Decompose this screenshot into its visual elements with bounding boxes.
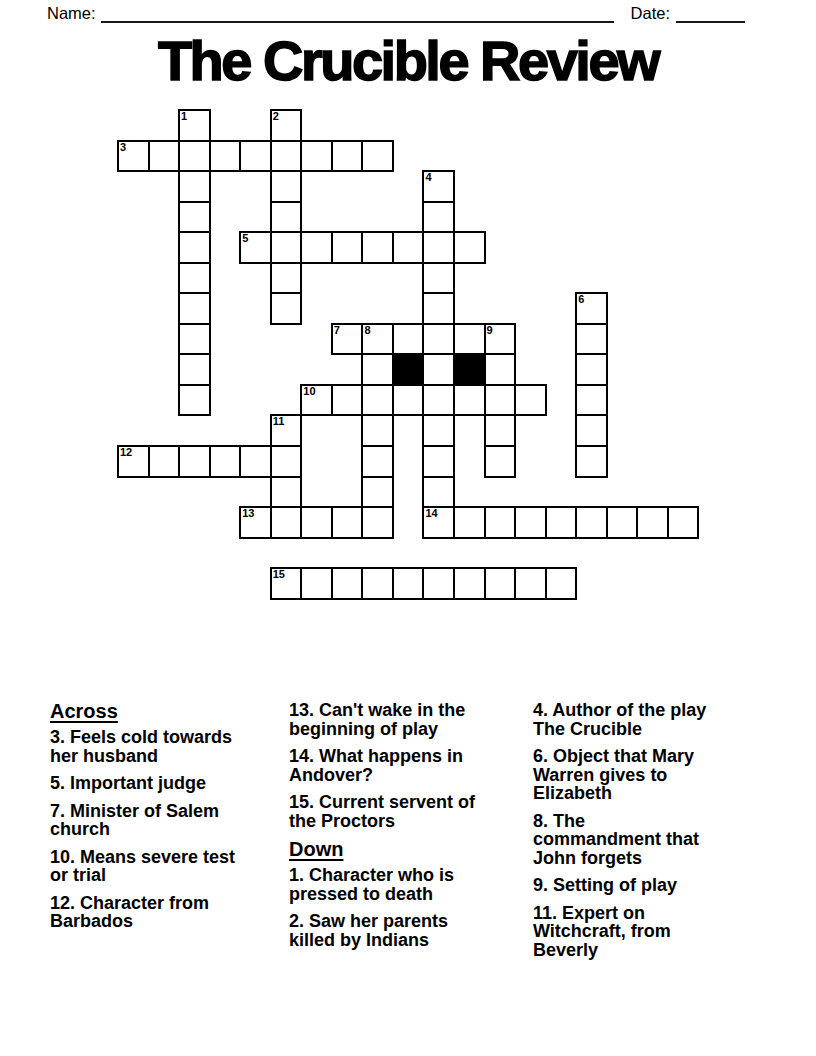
cell-r9c2[interactable] [178, 384, 211, 417]
cell-number-14: 14 [425, 507, 437, 520]
cell-r13c10[interactable]: 14 [422, 506, 455, 539]
cell-r2c5[interactable] [270, 170, 303, 203]
cell-r1c2[interactable] [178, 140, 211, 173]
cell-r4c5[interactable] [270, 231, 303, 264]
clue-5: 5. Important judge [50, 774, 274, 793]
cell-r13c8[interactable] [361, 506, 394, 539]
cell-r11c0[interactable]: 12 [117, 445, 150, 478]
clue-9: 9. Setting of play [533, 876, 751, 895]
date-label: Date: [631, 3, 670, 23]
clue-10: 10. Means severe test or trial [50, 848, 274, 885]
cell-r13c15[interactable] [575, 506, 608, 539]
cell-r5c5[interactable] [270, 262, 303, 295]
cell-number-2: 2 [273, 110, 279, 123]
cell-r13c6[interactable] [300, 506, 333, 539]
cell-r6c10[interactable] [422, 292, 455, 325]
cell-r2c2[interactable] [178, 170, 211, 203]
clue-15: 15. Current servent of the Proctors [289, 793, 521, 830]
cell-r4c6[interactable] [300, 231, 333, 264]
cell-r13c11[interactable] [453, 506, 486, 539]
cell-r1c1[interactable] [148, 140, 181, 173]
black-cell-r8c9 [392, 353, 425, 386]
cell-r10c15[interactable] [575, 414, 608, 447]
cell-r9c11[interactable] [453, 384, 486, 417]
cell-number-8: 8 [364, 324, 370, 337]
cell-r15c10[interactable] [422, 567, 455, 600]
cell-r8c2[interactable] [178, 353, 211, 386]
cell-r10c8[interactable] [361, 414, 394, 447]
cell-r3c2[interactable] [178, 201, 211, 234]
cell-r13c17[interactable] [636, 506, 669, 539]
cell-r11c5[interactable] [270, 445, 303, 478]
cell-r1c0[interactable]: 3 [117, 140, 150, 173]
cell-r11c1[interactable] [148, 445, 181, 478]
cell-r12c8[interactable] [361, 476, 394, 509]
clue-13: 13. Can't wake in the beginning of play [289, 701, 521, 738]
cell-number-13: 13 [242, 507, 254, 520]
cell-r4c2[interactable] [178, 231, 211, 264]
cell-r9c10[interactable] [422, 384, 455, 417]
cell-r13c12[interactable] [484, 506, 517, 539]
clue-7: 7. Minister of Salem church [50, 802, 274, 839]
cell-r15c5[interactable]: 15 [270, 567, 303, 600]
cell-number-10: 10 [303, 385, 315, 398]
clue-6: 6. Object that Mary Warren gives to Eliz… [533, 747, 751, 803]
cell-r13c18[interactable] [667, 506, 700, 539]
cell-r10c12[interactable] [484, 414, 517, 447]
cell-r9c8[interactable] [361, 384, 394, 417]
cell-r7c10[interactable] [422, 323, 455, 356]
clues-column-across: Across3. Feels cold towards her husband5… [50, 701, 274, 940]
cell-r4c11[interactable] [453, 231, 486, 264]
clues-column-down: 4. Author of the play The Crucible6. Obj… [533, 701, 751, 968]
cell-r11c10[interactable] [422, 445, 455, 478]
cell-number-12: 12 [120, 446, 132, 459]
clues-header-across: Across [50, 701, 274, 722]
cell-r8c12[interactable] [484, 353, 517, 386]
cell-r1c4[interactable] [239, 140, 272, 173]
cell-r1c7[interactable] [331, 140, 364, 173]
cell-r10c10[interactable] [422, 414, 455, 447]
cell-r0c5[interactable]: 2 [270, 109, 303, 142]
clue-3: 3. Feels cold towards her husband [50, 728, 274, 765]
cell-r2c10[interactable]: 4 [422, 170, 455, 203]
clue-12: 12. Character from Barbados [50, 894, 274, 931]
cell-r15c8[interactable] [361, 567, 394, 600]
cell-r1c6[interactable] [300, 140, 333, 173]
cell-r10c5[interactable]: 11 [270, 414, 303, 447]
cell-r4c9[interactable] [392, 231, 425, 264]
cell-r9c9[interactable] [392, 384, 425, 417]
cell-r15c14[interactable] [545, 567, 578, 600]
cell-r15c6[interactable] [300, 567, 333, 600]
cell-number-4: 4 [425, 171, 431, 184]
cell-number-7: 7 [334, 324, 340, 337]
cell-r9c7[interactable] [331, 384, 364, 417]
cell-r7c15[interactable] [575, 323, 608, 356]
cell-r13c7[interactable] [331, 506, 364, 539]
cell-r15c9[interactable] [392, 567, 425, 600]
clue-8: 8. The commandment that John forgets [533, 812, 751, 868]
cell-r0c2[interactable]: 1 [178, 109, 211, 142]
cell-r11c2[interactable] [178, 445, 211, 478]
clues-header-down: Down [289, 839, 521, 860]
cell-r5c2[interactable] [178, 262, 211, 295]
cell-r11c12[interactable] [484, 445, 517, 478]
cell-r6c2[interactable] [178, 292, 211, 325]
cell-r13c14[interactable] [545, 506, 578, 539]
cell-r11c4[interactable] [239, 445, 272, 478]
cell-r13c16[interactable] [606, 506, 639, 539]
cell-number-9: 9 [487, 324, 493, 337]
cell-r5c10[interactable] [422, 262, 455, 295]
cell-r13c4[interactable]: 13 [239, 506, 272, 539]
cell-r15c13[interactable] [514, 567, 547, 600]
clue-2: 2. Saw her parents killed by Indians [289, 912, 521, 949]
cell-r6c5[interactable] [270, 292, 303, 325]
cell-r6c15[interactable]: 6 [575, 292, 608, 325]
cell-r4c10[interactable] [422, 231, 455, 264]
black-cell-r8c11 [453, 353, 486, 386]
cell-r15c7[interactable] [331, 567, 364, 600]
cell-number-15: 15 [273, 568, 285, 581]
cell-r8c10[interactable] [422, 353, 455, 386]
cell-r9c15[interactable] [575, 384, 608, 417]
cell-r12c10[interactable] [422, 476, 455, 509]
cell-r4c7[interactable] [331, 231, 364, 264]
cell-r7c2[interactable] [178, 323, 211, 356]
name-input-line[interactable] [101, 1, 614, 23]
cell-r11c15[interactable] [575, 445, 608, 478]
cell-r4c4[interactable]: 5 [239, 231, 272, 264]
cell-r9c6[interactable]: 10 [300, 384, 333, 417]
name-label: Name: [47, 3, 96, 23]
cell-r12c5[interactable] [270, 476, 303, 509]
cell-r7c11[interactable] [453, 323, 486, 356]
cell-r11c3[interactable] [209, 445, 242, 478]
clue-11: 11. Expert on Witchcraft, from Beverly [533, 904, 751, 960]
cell-r7c12[interactable]: 9 [484, 323, 517, 356]
date-input-line[interactable] [676, 1, 745, 23]
cell-r8c15[interactable] [575, 353, 608, 386]
clue-4: 4. Author of the play The Crucible [533, 701, 751, 738]
cell-number-11: 11 [273, 415, 285, 428]
page-title: The Crucible Review [0, 31, 816, 91]
cell-number-3: 3 [120, 141, 126, 154]
clue-1: 1. Character who is pressed to death [289, 866, 521, 903]
name-date-row: Name: Date: [47, 1, 745, 23]
cell-r4c8[interactable] [361, 231, 394, 264]
cell-r7c9[interactable] [392, 323, 425, 356]
cell-r8c8[interactable] [361, 353, 394, 386]
cell-r13c13[interactable] [514, 506, 547, 539]
cell-r3c10[interactable] [422, 201, 455, 234]
clue-14: 14. What happens in Andover? [289, 747, 521, 784]
cell-r15c11[interactable] [453, 567, 486, 600]
cell-r9c13[interactable] [514, 384, 547, 417]
cell-r7c8[interactable]: 8 [361, 323, 394, 356]
cell-r1c5[interactable] [270, 140, 303, 173]
cell-number-5: 5 [242, 232, 248, 245]
cell-number-6: 6 [578, 293, 584, 306]
crossword-grid: 123456789101112131415 [118, 110, 698, 599]
cell-r1c3[interactable] [209, 140, 242, 173]
cell-r13c5[interactable] [270, 506, 303, 539]
cell-r3c5[interactable] [270, 201, 303, 234]
cell-r9c12[interactable] [484, 384, 517, 417]
cell-r7c7[interactable]: 7 [331, 323, 364, 356]
cell-r11c8[interactable] [361, 445, 394, 478]
cell-number-1: 1 [181, 110, 187, 123]
cell-r1c8[interactable] [361, 140, 394, 173]
clues-column-middle: 13. Can't wake in the beginning of play1… [289, 701, 521, 958]
cell-r15c12[interactable] [484, 567, 517, 600]
